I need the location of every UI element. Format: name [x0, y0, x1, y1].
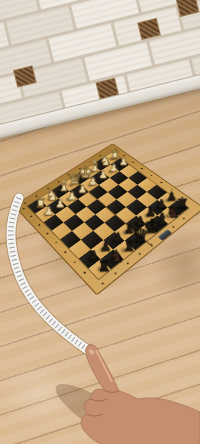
hand-silhouette [81, 345, 200, 444]
measuring-tape [11, 198, 93, 354]
photo-overlay [0, 0, 200, 444]
pointing-hand [48, 345, 200, 444]
screenshot: ♜♞♝♛♚♝♞♜♟♟♟♟♟♟♟♟♟♟♟♟♟♟♟♟♜♞♝♛♚♝♞♜ [0, 0, 200, 444]
